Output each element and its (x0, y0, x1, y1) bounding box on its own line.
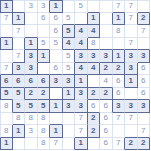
given-digit: 1 (54, 102, 58, 110)
cell-r8c8[interactable]: 2 (88, 88, 101, 101)
cell-r3c12[interactable]: 7 (138, 25, 151, 38)
user-digit: 8 (41, 127, 45, 135)
user-digit: 7 (116, 2, 120, 10)
given-digit: 3 (79, 52, 83, 60)
given-digit: 1 (66, 89, 70, 97)
given-digit: 1 (4, 139, 8, 147)
cell-r1c11[interactable]: 7 (125, 0, 138, 13)
given-digit: 3 (116, 102, 120, 110)
given-digit: 3 (104, 52, 108, 60)
cell-r8c5[interactable] (50, 88, 63, 101)
cell-r11c7[interactable]: 7 (75, 125, 88, 138)
cell-r1c10[interactable]: 7 (113, 0, 126, 13)
user-digit: 7 (4, 64, 8, 72)
user-digit: 6 (104, 139, 108, 147)
fillomino-board: 1331577716651172765448711554487731533313… (0, 0, 150, 150)
cell-r7c1[interactable]: 6 (0, 75, 13, 88)
cell-r8c11[interactable] (125, 88, 138, 101)
cell-r2c12[interactable]: 2 (138, 13, 151, 26)
cell-r2c5[interactable]: 6 (50, 13, 63, 26)
cell-r2c11[interactable]: 7 (125, 13, 138, 26)
cell-r8c7[interactable]: 3 (75, 88, 88, 101)
cell-r7c8[interactable] (88, 75, 101, 88)
cell-r9c8[interactable]: 6 (88, 100, 101, 113)
cell-r9c1[interactable]: 8 (0, 100, 13, 113)
given-digit: 1 (79, 139, 83, 147)
given-digit: 4 (79, 64, 83, 72)
cell-r10c11[interactable]: 7 (125, 113, 138, 126)
given-digit: 1 (129, 77, 133, 85)
cell-r1c7[interactable]: 5 (75, 0, 88, 13)
user-digit: 6 (91, 102, 95, 110)
cell-r5c7[interactable]: 3 (75, 50, 88, 63)
cell-r6c7[interactable]: 4 (75, 63, 88, 76)
user-digit: 8 (41, 139, 45, 147)
cell-r6c10[interactable]: 2 (113, 63, 126, 76)
cell-r11c4[interactable]: 8 (38, 125, 51, 138)
cell-r4c11[interactable]: 7 (125, 38, 138, 51)
cell-r1c4[interactable]: 3 (38, 0, 51, 13)
given-digit: 3 (66, 102, 70, 110)
user-digit: 8 (4, 127, 8, 135)
cell-r7c12[interactable]: 6 (138, 75, 151, 88)
user-digit: 7 (116, 114, 120, 122)
given-digit: 2 (129, 139, 133, 147)
cell-r10c1[interactable] (0, 113, 13, 126)
cell-r9c12[interactable]: 3 (138, 100, 151, 113)
given-digit: 2 (91, 127, 95, 135)
cell-r8c1[interactable]: 5 (0, 88, 13, 101)
given-digit: 2 (91, 114, 95, 122)
cell-r1c3[interactable]: 3 (25, 0, 38, 13)
cell-r10c4[interactable]: 8 (38, 113, 51, 126)
given-digit: 3 (29, 52, 33, 60)
cell-r7c9[interactable]: 4 (100, 75, 113, 88)
given-digit: 3 (79, 89, 83, 97)
cell-r3c5[interactable]: 6 (50, 25, 63, 38)
given-digit: 1 (41, 52, 45, 60)
given-digit: 5 (16, 89, 20, 97)
cell-r12c11[interactable]: 2 (125, 138, 138, 151)
given-digit: 1 (29, 39, 33, 47)
user-digit: 8 (41, 114, 45, 122)
user-digit: 7 (16, 52, 20, 60)
given-digit: 5 (29, 102, 33, 110)
cell-r12c5[interactable]: 7 (50, 138, 63, 151)
cell-r11c10[interactable] (113, 125, 126, 138)
user-digit: 6 (141, 64, 145, 72)
cell-r3c9[interactable] (100, 25, 113, 38)
cell-r11c1[interactable]: 8 (0, 125, 13, 138)
cell-r7c2[interactable]: 6 (13, 75, 26, 88)
user-digit: 7 (54, 139, 58, 147)
cell-r3c6[interactable]: 5 (63, 25, 76, 38)
cell-r5c12[interactable]: 3 (138, 50, 151, 63)
cell-r11c9[interactable]: 6 (100, 125, 113, 138)
given-digit: 1 (116, 14, 120, 22)
user-digit: 5 (66, 52, 70, 60)
cell-r6c2[interactable]: 3 (13, 63, 26, 76)
cell-r5c10[interactable]: 1 (113, 50, 126, 63)
user-digit: 8 (91, 39, 95, 47)
given-digit: 2 (116, 64, 120, 72)
cell-r3c4[interactable] (38, 25, 51, 38)
given-digit: 5 (16, 102, 20, 110)
cell-r6c5[interactable]: 6 (50, 63, 63, 76)
cell-r7c3[interactable]: 6 (25, 75, 38, 88)
given-digit: 1 (54, 2, 58, 10)
given-digit: 2 (104, 64, 108, 72)
cell-r7c5[interactable]: 3 (50, 75, 63, 88)
user-digit: 5 (66, 14, 70, 22)
given-digit: 3 (66, 77, 70, 85)
user-digit: 8 (29, 114, 33, 122)
cell-r12c7[interactable]: 1 (75, 138, 88, 151)
given-digit: 2 (141, 139, 145, 147)
user-digit: 7 (129, 114, 133, 122)
given-digit: 3 (91, 52, 95, 60)
cell-r9c5[interactable]: 1 (50, 100, 63, 113)
cell-r4c7[interactable]: 4 (75, 38, 88, 51)
cell-r12c1[interactable]: 1 (0, 138, 13, 151)
user-digit: 8 (4, 102, 8, 110)
given-digit: 4 (91, 27, 95, 35)
user-digit: 6 (41, 14, 45, 22)
cell-r11c3[interactable]: 3 (25, 125, 38, 138)
user-digit: 7 (129, 14, 133, 22)
given-digit: 1 (54, 127, 58, 135)
cell-r2c8[interactable]: 1 (88, 13, 101, 26)
user-digit: 7 (141, 127, 145, 135)
user-digit: 5 (41, 39, 45, 47)
user-digit: 6 (54, 27, 58, 35)
user-digit: 6 (54, 14, 58, 22)
cell-r8c2[interactable]: 5 (13, 88, 26, 101)
cell-r2c6[interactable]: 5 (63, 13, 76, 26)
given-digit: 6 (41, 77, 45, 85)
user-digit: 6 (54, 64, 58, 72)
given-digit: 3 (129, 102, 133, 110)
user-digit: 6 (104, 102, 108, 110)
cell-r12c4[interactable]: 8 (38, 138, 51, 151)
given-digit: 4 (66, 39, 70, 47)
given-digit: 4 (91, 64, 95, 72)
cell-r11c11[interactable] (125, 125, 138, 138)
cell-r9c11[interactable]: 3 (125, 100, 138, 113)
given-digit: 3 (16, 64, 20, 72)
cell-r7c7[interactable]: 1 (75, 75, 88, 88)
cell-r9c10[interactable]: 3 (113, 100, 126, 113)
given-digit: 1 (16, 127, 20, 135)
cell-r9c4[interactable]: 5 (38, 100, 51, 113)
user-digit: 7 (116, 139, 120, 147)
user-digit: 6 (116, 89, 120, 97)
given-digit: 2 (104, 89, 108, 97)
cell-r12c3[interactable] (25, 138, 38, 151)
given-digit: 3 (54, 77, 58, 85)
cell-r9c3[interactable]: 5 (25, 100, 38, 113)
cell-r7c10[interactable]: 6 (113, 75, 126, 88)
cell-r2c1[interactable]: 7 (0, 13, 13, 26)
cell-r8c4[interactable]: 2 (38, 88, 51, 101)
cell-r11c12[interactable]: 7 (138, 125, 151, 138)
cell-r8c6[interactable]: 1 (63, 88, 76, 101)
cell-r8c12[interactable]: 6 (138, 88, 151, 101)
cell-r3c11[interactable] (125, 25, 138, 38)
cell-r6c12[interactable]: 6 (138, 63, 151, 76)
given-digit: 3 (129, 64, 133, 72)
given-digit: 1 (116, 52, 120, 60)
cell-r4c6[interactable]: 4 (63, 38, 76, 51)
cell-r7c4[interactable]: 6 (38, 75, 51, 88)
cell-r1c8[interactable] (88, 0, 101, 13)
user-digit: 7 (4, 14, 8, 22)
cell-r10c3[interactable]: 8 (25, 113, 38, 126)
cell-r10c5[interactable] (50, 113, 63, 126)
cell-r3c10[interactable]: 8 (113, 25, 126, 38)
cell-r12c10[interactable]: 7 (113, 138, 126, 151)
given-digit: 1 (16, 14, 20, 22)
given-digit: 6 (29, 77, 33, 85)
user-digit: 7 (141, 27, 145, 35)
cell-r7c6[interactable]: 3 (63, 75, 76, 88)
cell-r8c9[interactable]: 2 (100, 88, 113, 101)
given-digit: 5 (66, 27, 70, 35)
user-digit: 3 (41, 2, 45, 10)
cell-r6c9[interactable]: 2 (100, 63, 113, 76)
cell-r3c1[interactable] (0, 25, 13, 38)
cell-r2c3[interactable] (25, 13, 38, 26)
cell-r12c6[interactable] (63, 138, 76, 151)
given-digit: 3 (141, 102, 145, 110)
cell-r10c10[interactable]: 7 (113, 113, 126, 126)
cell-r3c2[interactable]: 7 (13, 25, 26, 38)
user-digit: 7 (129, 2, 133, 10)
user-digit: 7 (79, 127, 83, 135)
given-digit: 4 (79, 27, 83, 35)
cell-r6c4[interactable] (38, 63, 51, 76)
user-digit: 8 (16, 114, 20, 122)
cell-r2c9[interactable] (100, 13, 113, 26)
cell-r12c8[interactable] (88, 138, 101, 151)
cell-r1c9[interactable] (100, 0, 113, 13)
cell-r3c7[interactable]: 4 (75, 25, 88, 38)
cell-r1c5[interactable]: 1 (50, 0, 63, 13)
user-digit: 6 (141, 77, 145, 85)
user-digit: 6 (116, 77, 120, 85)
cell-r1c1[interactable]: 1 (0, 0, 13, 13)
cell-r10c6[interactable] (63, 113, 76, 126)
user-digit: 5 (54, 39, 58, 47)
user-digit: 7 (129, 39, 133, 47)
cell-r1c2[interactable] (13, 0, 26, 13)
cell-r5c8[interactable]: 3 (88, 50, 101, 63)
cell-r9c6[interactable]: 3 (63, 100, 76, 113)
cell-r6c6[interactable]: 5 (63, 63, 76, 76)
cell-r5c3[interactable]: 3 (25, 50, 38, 63)
cell-r6c11[interactable]: 3 (125, 63, 138, 76)
given-digit: 2 (29, 89, 33, 97)
given-digit: 1 (4, 2, 8, 10)
cell-r4c12[interactable] (138, 38, 151, 51)
cell-r2c4[interactable]: 6 (38, 13, 51, 26)
user-digit: 4 (104, 77, 108, 85)
cell-r2c7[interactable] (75, 13, 88, 26)
given-digit: 2 (141, 14, 145, 22)
user-digit: 5 (66, 64, 70, 72)
cell-r11c8[interactable]: 2 (88, 125, 101, 138)
cell-r4c1[interactable]: 1 (0, 38, 13, 51)
cell-r10c7[interactable]: 7 (75, 113, 88, 126)
given-digit: 4 (79, 39, 83, 47)
cell-r6c1[interactable]: 7 (0, 63, 13, 76)
cell-r6c8[interactable]: 4 (88, 63, 101, 76)
cell-r5c4[interactable]: 1 (38, 50, 51, 63)
cell-r3c3[interactable] (25, 25, 38, 38)
cell-r5c11[interactable]: 3 (125, 50, 138, 63)
user-digit: 6 (104, 127, 108, 135)
cell-r4c10[interactable] (113, 38, 126, 51)
cell-r12c12[interactable]: 2 (138, 138, 151, 151)
user-digit: 3 (29, 2, 33, 10)
given-digit: 3 (29, 64, 33, 72)
cell-r9c2[interactable]: 5 (13, 100, 26, 113)
cell-r11c6[interactable] (63, 125, 76, 138)
user-digit: 6 (141, 89, 145, 97)
given-digit: 3 (129, 52, 133, 60)
given-digit: 3 (79, 102, 83, 110)
cell-r2c10[interactable]: 1 (113, 13, 126, 26)
given-digit: 5 (4, 89, 8, 97)
given-digit: 6 (4, 77, 8, 85)
cell-r1c6[interactable] (63, 0, 76, 13)
given-digit: 2 (91, 89, 95, 97)
cell-r12c9[interactable]: 6 (100, 138, 113, 151)
cell-r8c3[interactable]: 2 (25, 88, 38, 101)
cell-r5c1[interactable] (0, 50, 13, 63)
cell-r11c5[interactable]: 1 (50, 125, 63, 138)
cell-r4c2[interactable] (13, 38, 26, 51)
cell-r4c9[interactable] (100, 38, 113, 51)
cell-r10c2[interactable]: 8 (13, 113, 26, 126)
cell-r4c4[interactable]: 5 (38, 38, 51, 51)
user-digit: 5 (79, 2, 83, 10)
cell-r4c3[interactable]: 1 (25, 38, 38, 51)
cell-r7c11[interactable]: 1 (125, 75, 138, 88)
given-digit: 2 (41, 89, 45, 97)
cell-r1c12[interactable] (138, 0, 151, 13)
given-digit: 1 (91, 14, 95, 22)
cell-r5c6[interactable]: 5 (63, 50, 76, 63)
cell-r6c3[interactable]: 3 (25, 63, 38, 76)
user-digit: 7 (16, 27, 20, 35)
cell-r10c9[interactable]: 6 (100, 113, 113, 126)
cell-r9c7[interactable]: 3 (75, 100, 88, 113)
cell-r9c9[interactable]: 6 (100, 100, 113, 113)
user-digit: 7 (79, 114, 83, 122)
cell-r5c2[interactable]: 7 (13, 50, 26, 63)
given-digit: 1 (79, 77, 83, 85)
cell-r5c5[interactable] (50, 50, 63, 63)
cell-r4c8[interactable]: 8 (88, 38, 101, 51)
cell-r4c5[interactable]: 5 (50, 38, 63, 51)
cell-r10c8[interactable]: 2 (88, 113, 101, 126)
user-digit: 8 (116, 27, 120, 35)
cell-r12c2[interactable] (13, 138, 26, 151)
given-digit: 1 (4, 39, 8, 47)
user-digit: 3 (29, 127, 33, 135)
given-digit: 3 (141, 52, 145, 60)
cell-r5c9[interactable]: 3 (100, 50, 113, 63)
cell-r2c2[interactable]: 1 (13, 13, 26, 26)
user-digit: 6 (104, 114, 108, 122)
cell-r10c12[interactable] (138, 113, 151, 126)
cell-r3c8[interactable]: 4 (88, 25, 101, 38)
given-digit: 5 (41, 102, 45, 110)
given-digit: 6 (16, 77, 20, 85)
cell-r11c2[interactable]: 1 (13, 125, 26, 138)
cell-r8c10[interactable]: 6 (113, 88, 126, 101)
